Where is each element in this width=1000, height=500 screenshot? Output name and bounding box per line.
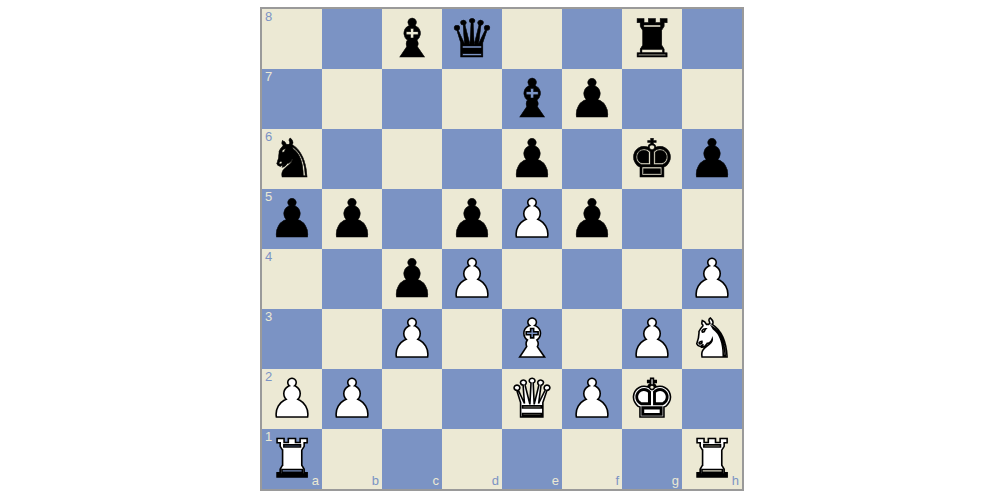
square-c2[interactable] [382, 369, 442, 429]
square-e5[interactable]: ♟ [502, 189, 562, 249]
piece-white-pawn[interactable]: ♟ [682, 249, 742, 309]
square-g1[interactable]: g [622, 429, 682, 489]
piece-white-rook[interactable]: ♜ [682, 429, 742, 489]
piece-black-queen[interactable]: ♛ [442, 9, 502, 69]
square-f7[interactable]: ♟ [562, 69, 622, 129]
square-d7[interactable] [442, 69, 502, 129]
chess-board: 8♝♛♜7♝♟6♞♟♚♟5♟♟♟♟♟4♟♟♟3♟♝♟♞2♟♟♛♟♚1a♜bcde… [260, 7, 744, 491]
piece-white-pawn[interactable]: ♟ [562, 369, 622, 429]
square-f2[interactable]: ♟ [562, 369, 622, 429]
file-label-d: d [492, 474, 499, 488]
square-a2[interactable]: 2♟ [262, 369, 322, 429]
square-g7[interactable] [622, 69, 682, 129]
piece-white-queen[interactable]: ♛ [502, 369, 562, 429]
square-c5[interactable] [382, 189, 442, 249]
square-d1[interactable]: d [442, 429, 502, 489]
piece-black-pawn[interactable]: ♟ [382, 249, 442, 309]
piece-black-bishop[interactable]: ♝ [502, 69, 562, 129]
square-a1[interactable]: 1a♜ [262, 429, 322, 489]
piece-white-pawn[interactable]: ♟ [322, 369, 382, 429]
file-label-c: c [433, 474, 440, 488]
square-c4[interactable]: ♟ [382, 249, 442, 309]
piece-white-bishop[interactable]: ♝ [502, 309, 562, 369]
square-e8[interactable] [502, 9, 562, 69]
piece-white-king[interactable]: ♚ [622, 369, 682, 429]
piece-black-bishop[interactable]: ♝ [382, 9, 442, 69]
square-h6[interactable]: ♟ [682, 129, 742, 189]
square-g3[interactable]: ♟ [622, 309, 682, 369]
rank-label-8: 8 [265, 10, 272, 24]
square-b5[interactable]: ♟ [322, 189, 382, 249]
square-e2[interactable]: ♛ [502, 369, 562, 429]
piece-white-knight[interactable]: ♞ [682, 309, 742, 369]
square-h4[interactable]: ♟ [682, 249, 742, 309]
piece-black-king[interactable]: ♚ [622, 129, 682, 189]
square-a6[interactable]: 6♞ [262, 129, 322, 189]
square-e6[interactable]: ♟ [502, 129, 562, 189]
piece-black-pawn[interactable]: ♟ [442, 189, 502, 249]
piece-black-pawn[interactable]: ♟ [502, 129, 562, 189]
file-label-e: e [552, 474, 559, 488]
square-a7[interactable]: 7 [262, 69, 322, 129]
square-a8[interactable]: 8 [262, 9, 322, 69]
square-f4[interactable] [562, 249, 622, 309]
square-d3[interactable] [442, 309, 502, 369]
square-e1[interactable]: e [502, 429, 562, 489]
square-g5[interactable] [622, 189, 682, 249]
square-e3[interactable]: ♝ [502, 309, 562, 369]
file-label-b: b [372, 474, 379, 488]
piece-white-pawn[interactable]: ♟ [622, 309, 682, 369]
file-label-g: g [672, 474, 679, 488]
square-b2[interactable]: ♟ [322, 369, 382, 429]
square-g8[interactable]: ♜ [622, 9, 682, 69]
square-h1[interactable]: h♜ [682, 429, 742, 489]
square-d2[interactable] [442, 369, 502, 429]
rank-label-3: 3 [265, 310, 272, 324]
piece-black-pawn[interactable]: ♟ [562, 69, 622, 129]
piece-black-rook[interactable]: ♜ [622, 9, 682, 69]
square-a4[interactable]: 4 [262, 249, 322, 309]
rank-label-7: 7 [265, 70, 272, 84]
square-b8[interactable] [322, 9, 382, 69]
square-h8[interactable] [682, 9, 742, 69]
square-h7[interactable] [682, 69, 742, 129]
rank-label-4: 4 [265, 250, 272, 264]
square-d4[interactable]: ♟ [442, 249, 502, 309]
chess-diagram-page: 8♝♛♜7♝♟6♞♟♚♟5♟♟♟♟♟4♟♟♟3♟♝♟♞2♟♟♛♟♚1a♜bcde… [0, 0, 1000, 500]
piece-black-pawn[interactable]: ♟ [322, 189, 382, 249]
square-c3[interactable]: ♟ [382, 309, 442, 369]
file-label-f: f [615, 474, 619, 488]
piece-white-pawn[interactable]: ♟ [442, 249, 502, 309]
square-a3[interactable]: 3 [262, 309, 322, 369]
square-g4[interactable] [622, 249, 682, 309]
piece-black-knight[interactable]: ♞ [262, 129, 322, 189]
square-b4[interactable] [322, 249, 382, 309]
square-f5[interactable]: ♟ [562, 189, 622, 249]
square-e4[interactable] [502, 249, 562, 309]
square-h2[interactable] [682, 369, 742, 429]
piece-white-pawn[interactable]: ♟ [262, 369, 322, 429]
square-f1[interactable]: f [562, 429, 622, 489]
square-e7[interactable]: ♝ [502, 69, 562, 129]
piece-black-pawn[interactable]: ♟ [562, 189, 622, 249]
square-d5[interactable]: ♟ [442, 189, 502, 249]
piece-black-pawn[interactable]: ♟ [262, 189, 322, 249]
square-c7[interactable] [382, 69, 442, 129]
square-c6[interactable] [382, 129, 442, 189]
square-d6[interactable] [442, 129, 502, 189]
piece-black-pawn[interactable]: ♟ [682, 129, 742, 189]
square-d8[interactable]: ♛ [442, 9, 502, 69]
square-b6[interactable] [322, 129, 382, 189]
square-c8[interactable]: ♝ [382, 9, 442, 69]
piece-white-pawn[interactable]: ♟ [502, 189, 562, 249]
square-f6[interactable] [562, 129, 622, 189]
square-c1[interactable]: c [382, 429, 442, 489]
piece-white-rook[interactable]: ♜ [262, 429, 322, 489]
square-g6[interactable]: ♚ [622, 129, 682, 189]
piece-white-pawn[interactable]: ♟ [382, 309, 442, 369]
square-g2[interactable]: ♚ [622, 369, 682, 429]
square-b1[interactable]: b [322, 429, 382, 489]
square-h3[interactable]: ♞ [682, 309, 742, 369]
square-a5[interactable]: 5♟ [262, 189, 322, 249]
square-h5[interactable] [682, 189, 742, 249]
square-b7[interactable] [322, 69, 382, 129]
square-f8[interactable] [562, 9, 622, 69]
square-f3[interactable] [562, 309, 622, 369]
square-b3[interactable] [322, 309, 382, 369]
